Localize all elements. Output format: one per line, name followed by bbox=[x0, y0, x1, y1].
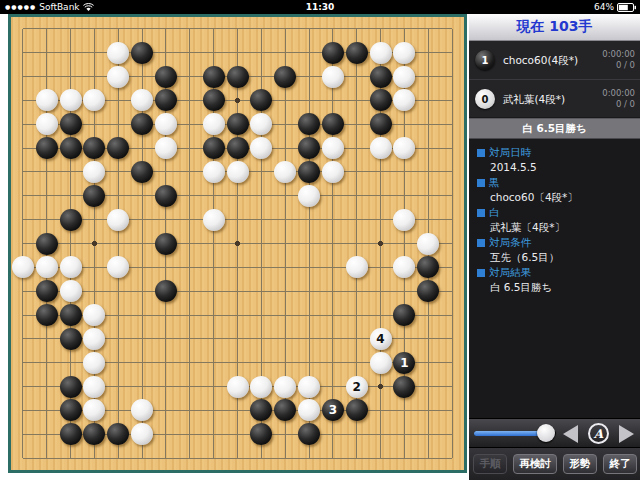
white-stone bbox=[298, 376, 320, 398]
black-stone bbox=[60, 113, 82, 135]
info-label: 白 bbox=[477, 205, 637, 220]
black-stone bbox=[298, 161, 320, 183]
black-stone bbox=[36, 304, 58, 326]
info-value: 2014.5.5 bbox=[477, 160, 637, 175]
black-player-name: choco60(4段*) bbox=[503, 54, 578, 68]
info-value: 互先（6.5目） bbox=[477, 250, 637, 265]
black-stone-icon: 1 bbox=[475, 50, 495, 70]
black-stone bbox=[322, 42, 344, 64]
clock-label: 11:30 bbox=[0, 2, 640, 12]
black-stone bbox=[60, 328, 82, 350]
info-value: choco60〔4段*〕 bbox=[477, 190, 637, 205]
black-stone bbox=[227, 113, 249, 135]
previous-move-button[interactable] bbox=[563, 425, 578, 443]
white-stone bbox=[203, 113, 225, 135]
control-button-2[interactable]: 再検討 bbox=[513, 454, 557, 474]
white-stone bbox=[60, 280, 82, 302]
black-stone bbox=[346, 42, 368, 64]
white-stone bbox=[370, 42, 392, 64]
white-stone bbox=[322, 161, 344, 183]
black-stone bbox=[60, 209, 82, 231]
white-stone bbox=[107, 66, 129, 88]
white-stone bbox=[346, 256, 368, 278]
control-button-3[interactable]: 形勢 bbox=[563, 454, 597, 474]
black-stone bbox=[155, 280, 177, 302]
white-stone bbox=[83, 352, 105, 374]
bottom-button-bar: 手順再検討形勢終了 bbox=[469, 447, 640, 480]
side-panel: 現在 103手 1 choco60(4段*) 0:00:000 / 0 0 武礼… bbox=[469, 14, 640, 480]
bullet-square-icon bbox=[477, 209, 485, 217]
white-stone: 2 bbox=[346, 376, 368, 398]
game-result-bar: 白 6.5目勝ち bbox=[469, 118, 640, 139]
white-stone bbox=[83, 376, 105, 398]
info-value: 武礼葉〔4段*〕 bbox=[477, 220, 637, 235]
white-player-time: 0:00:000 / 0 bbox=[602, 88, 635, 110]
move-slider-thumb[interactable] bbox=[537, 424, 555, 442]
black-stone bbox=[227, 66, 249, 88]
go-board[interactable]: 4123 bbox=[11, 17, 464, 470]
black-stone bbox=[155, 185, 177, 207]
black-stone bbox=[155, 66, 177, 88]
black-stone bbox=[36, 233, 58, 255]
black-stone bbox=[60, 137, 82, 159]
white-stone bbox=[60, 89, 82, 111]
black-stone bbox=[370, 113, 392, 135]
white-stone bbox=[250, 376, 272, 398]
white-stone bbox=[393, 209, 415, 231]
player-row-black: 1 choco60(4段*) 0:00:000 / 0 bbox=[469, 41, 640, 79]
battery-percent-label: 64% bbox=[594, 2, 614, 12]
white-stone bbox=[370, 137, 392, 159]
app-screen: ●●●●● SoftBank 11:30 64% 4123 現在 103手 bbox=[0, 0, 640, 480]
black-stone bbox=[60, 376, 82, 398]
info-value: 白 6.5目勝ち bbox=[477, 280, 637, 295]
playback-controls: A bbox=[469, 418, 640, 448]
black-stone bbox=[370, 66, 392, 88]
move-slider-fill bbox=[474, 431, 545, 436]
white-stone bbox=[36, 113, 58, 135]
goban-panel: 4123 bbox=[8, 14, 467, 473]
white-stone bbox=[417, 233, 439, 255]
white-stone bbox=[322, 137, 344, 159]
white-stone bbox=[274, 376, 296, 398]
player-list: 1 choco60(4段*) 0:00:000 / 0 0 武礼葉(4段*) 0… bbox=[469, 41, 640, 117]
info-label: 対局結果 bbox=[477, 265, 637, 280]
white-stone bbox=[227, 376, 249, 398]
black-player-time: 0:00:000 / 0 bbox=[602, 49, 635, 71]
control-button-4[interactable]: 終了 bbox=[603, 454, 637, 474]
white-stone bbox=[203, 161, 225, 183]
move-number-label: 1 bbox=[400, 357, 408, 369]
white-stone bbox=[155, 137, 177, 159]
white-stone: 4 bbox=[370, 328, 392, 350]
move-counter-header: 現在 103手 bbox=[469, 14, 640, 41]
white-stone bbox=[393, 66, 415, 88]
move-number-label: 3 bbox=[329, 404, 337, 416]
bullet-square-icon bbox=[477, 149, 485, 157]
black-stone bbox=[60, 304, 82, 326]
white-stone bbox=[107, 209, 129, 231]
white-stone bbox=[36, 256, 58, 278]
move-number-label: 2 bbox=[353, 381, 361, 393]
black-stone bbox=[60, 399, 82, 421]
white-stone bbox=[107, 42, 129, 64]
white-stone bbox=[227, 161, 249, 183]
black-stone bbox=[60, 423, 82, 445]
black-stone bbox=[203, 89, 225, 111]
black-stone bbox=[322, 113, 344, 135]
white-stone-icon: 0 bbox=[475, 89, 495, 109]
bullet-square-icon bbox=[477, 179, 485, 187]
info-label: 黒 bbox=[477, 175, 637, 190]
info-label: 対局日時 bbox=[477, 145, 637, 160]
black-stone bbox=[36, 280, 58, 302]
black-stone bbox=[370, 89, 392, 111]
black-stone bbox=[36, 137, 58, 159]
black-stone bbox=[131, 161, 153, 183]
black-stone bbox=[227, 137, 249, 159]
black-stone: 1 bbox=[393, 352, 415, 374]
status-bar: ●●●●● SoftBank 11:30 64% bbox=[0, 0, 640, 14]
game-info-list: 対局日時2014.5.5黒choco60〔4段*〕白武礼葉〔4段*〕対局条件互先… bbox=[477, 145, 637, 295]
black-stone bbox=[393, 376, 415, 398]
white-stone bbox=[298, 185, 320, 207]
move-number-label: 4 bbox=[376, 333, 384, 345]
next-move-button[interactable] bbox=[619, 425, 634, 443]
black-stone bbox=[131, 42, 153, 64]
auto-play-button[interactable]: A bbox=[588, 423, 609, 444]
black-stone bbox=[203, 66, 225, 88]
player-row-white: 0 武礼葉(4段*) 0:00:000 / 0 bbox=[469, 79, 640, 118]
white-stone bbox=[203, 209, 225, 231]
control-button-1: 手順 bbox=[473, 454, 507, 474]
white-player-name: 武礼葉(4段*) bbox=[503, 93, 565, 107]
black-stone bbox=[155, 233, 177, 255]
info-label: 対局条件 bbox=[477, 235, 637, 250]
bullet-square-icon bbox=[477, 239, 485, 247]
battery-icon bbox=[617, 3, 636, 12]
black-stone bbox=[298, 137, 320, 159]
black-stone bbox=[203, 137, 225, 159]
white-stone bbox=[322, 66, 344, 88]
white-stone bbox=[60, 256, 82, 278]
bullet-square-icon bbox=[477, 269, 485, 277]
white-stone bbox=[393, 42, 415, 64]
white-stone bbox=[370, 352, 392, 374]
black-stone bbox=[346, 399, 368, 421]
black-stone bbox=[274, 66, 296, 88]
white-stone bbox=[274, 161, 296, 183]
